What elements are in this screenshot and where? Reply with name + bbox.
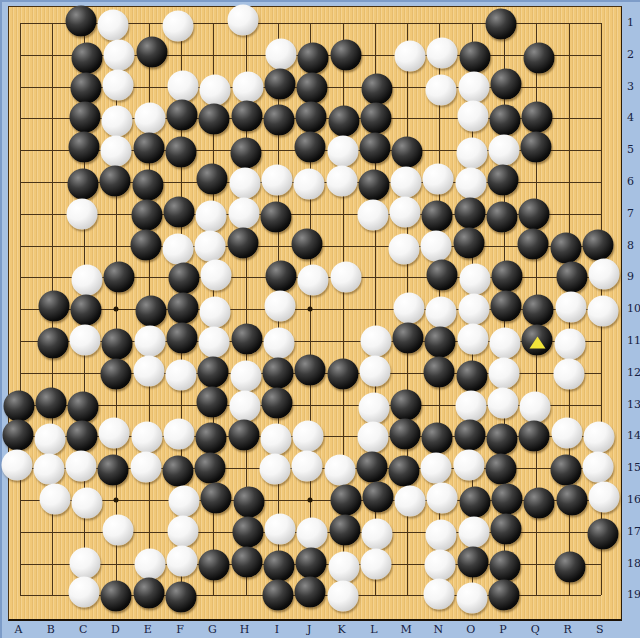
stone-white[interactable] xyxy=(324,455,355,486)
stone-black[interactable] xyxy=(518,228,549,259)
stone-black[interactable] xyxy=(456,360,487,391)
stone-white[interactable] xyxy=(169,486,200,517)
stone-black[interactable] xyxy=(359,133,390,164)
stone-white[interactable] xyxy=(361,518,392,549)
stone-black[interactable] xyxy=(330,39,361,70)
stone-black[interactable] xyxy=(166,582,197,613)
stone-black[interactable] xyxy=(490,105,521,136)
stone-white[interactable] xyxy=(583,422,614,453)
stone-black[interactable] xyxy=(356,452,387,483)
stone-black[interactable] xyxy=(131,199,162,230)
stone-black[interactable] xyxy=(296,547,327,578)
row-label: 17 xyxy=(627,524,640,537)
stone-white[interactable] xyxy=(292,451,323,482)
stone-black[interactable] xyxy=(489,580,520,611)
stone-white[interactable] xyxy=(99,418,130,449)
stone-black[interactable] xyxy=(72,42,103,73)
stone-black[interactable] xyxy=(521,132,552,163)
stone-black[interactable] xyxy=(554,551,585,582)
column-label: N xyxy=(434,623,444,636)
stone-black[interactable] xyxy=(393,323,424,354)
stone-black[interactable] xyxy=(68,169,99,200)
stone-white[interactable] xyxy=(72,488,103,519)
stone-white[interactable] xyxy=(456,138,487,169)
stone-black[interactable] xyxy=(491,291,522,322)
stone-white[interactable] xyxy=(294,169,325,200)
column-label: L xyxy=(370,623,377,636)
stone-white[interactable] xyxy=(588,259,619,290)
stone-black[interactable] xyxy=(133,578,164,609)
star-point xyxy=(308,498,313,503)
row-label: 11 xyxy=(627,334,640,347)
stone-black[interactable] xyxy=(329,514,360,545)
stone-white[interactable] xyxy=(453,450,484,481)
column-label: C xyxy=(79,623,87,636)
stone-white[interactable] xyxy=(134,326,165,357)
last-move-triangle-marker xyxy=(529,336,545,348)
stone-white[interactable] xyxy=(163,233,194,264)
stone-black[interactable] xyxy=(361,73,392,104)
stone-white[interactable] xyxy=(133,355,164,386)
stone-white[interactable] xyxy=(458,71,489,102)
column-label: Q xyxy=(531,623,540,636)
stone-black[interactable] xyxy=(197,164,228,195)
row-label: 7 xyxy=(627,206,634,219)
stone-black[interactable] xyxy=(295,354,326,385)
stone-black[interactable] xyxy=(524,42,555,73)
stone-black[interactable] xyxy=(195,453,226,484)
stone-white[interactable] xyxy=(427,483,458,514)
stone-white[interactable] xyxy=(458,294,489,325)
stone-black[interactable] xyxy=(330,485,361,516)
stone-white[interactable] xyxy=(358,392,389,423)
stone-white[interactable] xyxy=(168,515,199,546)
stone-white[interactable] xyxy=(456,583,487,614)
stone-white[interactable] xyxy=(227,5,258,36)
stone-white[interactable] xyxy=(134,103,165,134)
stone-white[interactable] xyxy=(167,545,198,576)
stone-black[interactable] xyxy=(167,100,198,131)
stone-white[interactable] xyxy=(195,230,226,261)
stone-black[interactable] xyxy=(491,513,522,544)
stone-white[interactable] xyxy=(330,262,361,293)
star-point xyxy=(308,307,313,312)
stone-black[interactable] xyxy=(168,293,199,324)
stone-black[interactable] xyxy=(296,102,327,133)
stone-black[interactable] xyxy=(298,42,329,73)
stone-white[interactable] xyxy=(326,166,357,197)
star-point xyxy=(114,307,119,312)
stone-black[interactable] xyxy=(231,101,262,132)
stone-black[interactable] xyxy=(71,295,102,326)
stone-white[interactable] xyxy=(426,519,457,550)
stone-black[interactable] xyxy=(424,356,455,387)
stone-black[interactable] xyxy=(135,296,166,327)
stone-black[interactable] xyxy=(454,420,485,451)
stone-white[interactable] xyxy=(229,168,260,199)
stone-white[interactable] xyxy=(423,164,454,195)
stone-black[interactable] xyxy=(490,550,521,581)
stone-white[interactable] xyxy=(327,136,358,167)
stone-black[interactable] xyxy=(104,262,135,293)
stone-white[interactable] xyxy=(166,359,197,390)
stone-black[interactable] xyxy=(265,261,296,292)
stone-white[interactable] xyxy=(426,297,457,328)
stone-black[interactable] xyxy=(197,386,228,417)
stone-white[interactable] xyxy=(293,421,324,452)
stone-white[interactable] xyxy=(588,482,619,513)
stone-black[interactable] xyxy=(328,106,359,137)
stone-black[interactable] xyxy=(66,6,97,37)
stone-white[interactable] xyxy=(455,390,486,421)
stone-white[interactable] xyxy=(360,548,391,579)
stone-white[interactable] xyxy=(389,233,420,264)
stone-black[interactable] xyxy=(262,580,293,611)
stone-black[interactable] xyxy=(196,423,227,454)
column-label: S xyxy=(596,623,604,636)
stone-white[interactable] xyxy=(103,69,134,100)
stone-black[interactable] xyxy=(390,419,421,450)
stone-black[interactable] xyxy=(198,356,229,387)
stone-black[interactable] xyxy=(523,295,554,326)
stone-black[interactable] xyxy=(166,137,197,168)
stone-black[interactable] xyxy=(68,391,99,422)
stone-white[interactable] xyxy=(102,106,133,137)
stone-black[interactable] xyxy=(459,41,490,72)
stone-black[interactable] xyxy=(263,105,294,136)
stone-white[interactable] xyxy=(455,168,486,199)
stone-black[interactable] xyxy=(67,421,98,452)
column-label: R xyxy=(563,623,571,636)
row-label: 14 xyxy=(627,429,640,442)
stone-white[interactable] xyxy=(103,514,134,545)
go-board[interactable] xyxy=(8,6,622,621)
stone-black[interactable] xyxy=(487,424,518,455)
stone-black[interactable] xyxy=(163,456,194,487)
stone-white[interactable] xyxy=(488,387,519,418)
row-label: 4 xyxy=(627,111,634,124)
stone-black[interactable] xyxy=(524,488,555,519)
column-label: H xyxy=(240,623,250,636)
stone-white[interactable] xyxy=(264,513,295,544)
stone-black[interactable] xyxy=(360,103,391,134)
stone-black[interactable] xyxy=(582,229,613,260)
stone-white[interactable] xyxy=(259,454,290,485)
stone-black[interactable] xyxy=(556,485,587,516)
stone-black[interactable] xyxy=(263,550,294,581)
stone-white[interactable] xyxy=(551,418,582,449)
stone-white[interactable] xyxy=(261,165,292,196)
stone-white[interactable] xyxy=(390,196,421,227)
stone-black[interactable] xyxy=(486,454,517,485)
stone-white[interactable] xyxy=(426,74,457,105)
stone-black[interactable] xyxy=(38,291,69,322)
stone-white[interactable] xyxy=(555,292,586,323)
stone-white[interactable] xyxy=(196,200,227,231)
stone-white[interactable] xyxy=(490,328,521,359)
column-label: O xyxy=(466,623,475,636)
row-label: 8 xyxy=(627,238,634,251)
stone-white[interactable] xyxy=(164,419,195,450)
stone-black[interactable] xyxy=(199,104,230,135)
row-label: 9 xyxy=(627,270,634,283)
stone-white[interactable] xyxy=(421,453,452,484)
row-label: 18 xyxy=(627,556,640,569)
column-label: E xyxy=(144,623,152,636)
stone-black[interactable] xyxy=(260,201,291,232)
stone-white[interactable] xyxy=(457,101,488,132)
stone-black[interactable] xyxy=(519,198,550,229)
go-app-window: ABCDEFGHIJKLMNOPQRS 12345678910111213141… xyxy=(0,0,640,638)
stone-black[interactable] xyxy=(422,423,453,454)
stone-black[interactable] xyxy=(231,324,262,355)
stone-black[interactable] xyxy=(264,68,295,99)
stone-black[interactable] xyxy=(453,227,484,258)
stone-black[interactable] xyxy=(587,518,618,549)
stone-black[interactable] xyxy=(201,483,232,514)
column-label: B xyxy=(47,623,55,636)
stone-white[interactable] xyxy=(70,325,101,356)
stone-white[interactable] xyxy=(229,390,260,421)
row-label: 16 xyxy=(627,493,640,506)
stone-black[interactable] xyxy=(262,357,293,388)
stone-white[interactable] xyxy=(391,167,422,198)
column-label: J xyxy=(307,623,311,636)
stone-white[interactable] xyxy=(39,484,70,515)
stone-black[interactable] xyxy=(487,201,518,232)
stone-black[interactable] xyxy=(130,229,161,260)
stone-white[interactable] xyxy=(130,452,161,483)
stone-white[interactable] xyxy=(98,10,129,41)
row-label: 1 xyxy=(627,16,634,29)
row-label: 15 xyxy=(627,461,640,474)
stone-white[interactable] xyxy=(67,198,98,229)
stone-black[interactable] xyxy=(37,328,68,359)
column-label: K xyxy=(337,623,345,636)
row-label: 12 xyxy=(627,365,640,378)
stone-white[interactable] xyxy=(200,74,231,105)
stone-black[interactable] xyxy=(167,323,198,354)
stone-white[interactable] xyxy=(200,297,231,328)
stone-black[interactable] xyxy=(362,482,393,513)
stone-black[interactable] xyxy=(488,165,519,196)
stone-white[interactable] xyxy=(395,40,426,71)
stone-black[interactable] xyxy=(491,68,522,99)
stone-black[interactable] xyxy=(230,138,261,169)
stone-black[interactable] xyxy=(3,390,34,421)
stone-black[interactable] xyxy=(422,200,453,231)
stone-white[interactable] xyxy=(131,422,162,453)
stone-white[interactable] xyxy=(421,230,452,261)
stone-black[interactable] xyxy=(98,455,129,486)
row-label: 3 xyxy=(627,79,634,92)
stone-black[interactable] xyxy=(228,420,259,451)
column-label: M xyxy=(400,623,411,636)
stone-black[interactable] xyxy=(358,170,389,201)
stone-black[interactable] xyxy=(101,581,132,612)
stone-white[interactable] xyxy=(168,70,199,101)
stone-white[interactable] xyxy=(34,424,65,455)
column-label: D xyxy=(111,623,120,636)
stone-black[interactable] xyxy=(522,102,553,133)
stone-black[interactable] xyxy=(459,487,490,518)
stone-white[interactable] xyxy=(424,579,455,610)
stone-white[interactable] xyxy=(489,357,520,388)
stone-white[interactable] xyxy=(230,360,261,391)
stone-white[interactable] xyxy=(357,422,388,453)
stone-white[interactable] xyxy=(359,355,390,386)
stone-black[interactable] xyxy=(457,546,488,577)
stone-white[interactable] xyxy=(459,264,490,295)
stone-black[interactable] xyxy=(522,325,553,356)
stone-white[interactable] xyxy=(201,260,232,291)
stone-black[interactable] xyxy=(519,421,550,452)
stone-black[interactable] xyxy=(389,456,420,487)
stone-white[interactable] xyxy=(427,37,458,68)
column-label: A xyxy=(15,623,23,636)
stone-white[interactable] xyxy=(394,293,425,324)
row-label: 19 xyxy=(627,588,640,601)
stone-black[interactable] xyxy=(327,358,358,389)
stone-white[interactable] xyxy=(66,451,97,482)
row-label: 10 xyxy=(627,302,640,315)
stone-black[interactable] xyxy=(392,137,423,168)
stone-white[interactable] xyxy=(489,135,520,166)
stone-black[interactable] xyxy=(132,170,163,201)
stone-black[interactable] xyxy=(136,36,167,67)
stone-black[interactable] xyxy=(295,132,326,163)
stone-black[interactable] xyxy=(391,389,422,420)
stone-white[interactable] xyxy=(265,38,296,69)
stone-black[interactable] xyxy=(69,132,100,163)
stone-black[interactable] xyxy=(427,260,458,291)
stone-black[interactable] xyxy=(492,261,523,292)
stone-black[interactable] xyxy=(454,197,485,228)
stone-white[interactable] xyxy=(457,324,488,355)
row-label: 5 xyxy=(627,143,634,156)
stone-black[interactable] xyxy=(425,327,456,358)
stone-white[interactable] xyxy=(587,296,618,327)
stone-black[interactable] xyxy=(227,227,258,258)
stone-white[interactable] xyxy=(554,329,585,360)
stone-white[interactable] xyxy=(199,327,230,358)
stone-black[interactable] xyxy=(295,577,326,608)
stone-black[interactable] xyxy=(233,487,264,518)
stone-white[interactable] xyxy=(163,11,194,42)
stone-black[interactable] xyxy=(169,263,200,294)
row-label: 6 xyxy=(627,175,634,188)
stone-white[interactable] xyxy=(69,577,100,608)
column-label: P xyxy=(499,623,506,636)
stone-white[interactable] xyxy=(458,516,489,547)
stone-black[interactable] xyxy=(101,358,132,389)
stone-black[interactable] xyxy=(486,9,517,40)
stone-white[interactable] xyxy=(357,199,388,230)
stone-black[interactable] xyxy=(550,455,581,486)
stone-black[interactable] xyxy=(232,516,263,547)
stone-white[interactable] xyxy=(582,452,613,483)
column-label: G xyxy=(208,623,217,636)
stone-black[interactable] xyxy=(199,549,230,580)
stone-white[interactable] xyxy=(101,136,132,167)
stone-white[interactable] xyxy=(33,454,64,485)
stone-white[interactable] xyxy=(72,265,103,296)
stone-white[interactable] xyxy=(232,71,263,102)
stone-black[interactable] xyxy=(492,484,523,515)
star-point xyxy=(114,498,119,503)
stone-white[interactable] xyxy=(263,328,294,359)
stone-white[interactable] xyxy=(425,549,456,580)
stone-black[interactable] xyxy=(550,232,581,263)
stone-white[interactable] xyxy=(298,265,329,296)
stone-white[interactable] xyxy=(297,517,328,548)
stone-black[interactable] xyxy=(35,387,66,418)
stone-black[interactable] xyxy=(231,546,262,577)
stone-black[interactable] xyxy=(297,72,328,103)
stone-white[interactable] xyxy=(327,581,358,612)
stone-white[interactable] xyxy=(360,326,391,357)
stone-white[interactable] xyxy=(134,548,165,579)
stone-black[interactable] xyxy=(2,420,33,451)
stone-white[interactable] xyxy=(553,358,584,389)
stone-black[interactable] xyxy=(556,262,587,293)
stone-white[interactable] xyxy=(328,551,359,582)
stone-black[interactable] xyxy=(261,387,292,418)
stone-black[interactable] xyxy=(133,133,164,164)
stone-black[interactable] xyxy=(100,166,131,197)
stone-black[interactable] xyxy=(71,72,102,103)
stone-white[interactable] xyxy=(228,197,259,228)
stone-white[interactable] xyxy=(520,391,551,422)
stone-black[interactable] xyxy=(70,102,101,133)
column-label: I xyxy=(275,623,279,636)
stone-black[interactable] xyxy=(102,329,133,360)
stone-white[interactable] xyxy=(104,39,135,70)
stone-white[interactable] xyxy=(260,424,291,455)
row-label: 13 xyxy=(627,397,640,410)
stone-white[interactable] xyxy=(1,450,32,481)
column-label: F xyxy=(176,623,184,636)
stone-black[interactable] xyxy=(292,228,323,259)
stone-black[interactable] xyxy=(164,196,195,227)
stone-white[interactable] xyxy=(70,547,101,578)
row-label: 2 xyxy=(627,47,634,60)
stone-white[interactable] xyxy=(264,291,295,322)
stone-white[interactable] xyxy=(395,486,426,517)
